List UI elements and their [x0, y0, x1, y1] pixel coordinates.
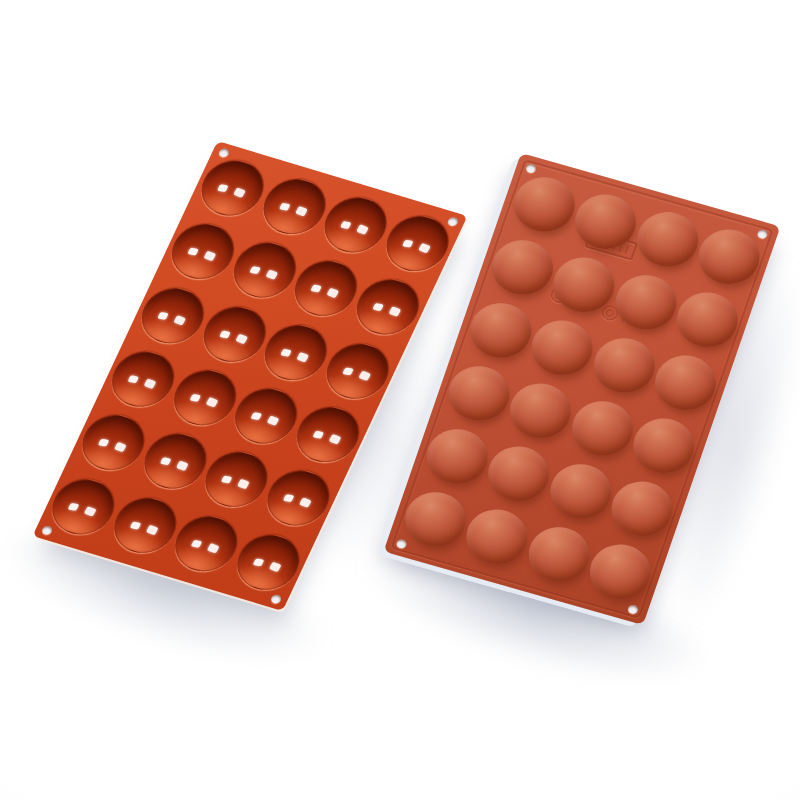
hemisphere-cavity [104, 490, 186, 559]
hemisphere-cavity [253, 172, 335, 241]
hemisphere-cavity [257, 464, 339, 533]
hemisphere-dome [506, 170, 582, 238]
hemisphere-cavity [73, 408, 155, 477]
hemisphere-dome [419, 422, 495, 490]
hemisphere-cavity [43, 472, 125, 541]
hemisphere-cavity [347, 272, 429, 341]
hemisphere-dome [543, 457, 619, 525]
hemisphere-dome [524, 314, 600, 382]
hemisphere-dome [568, 188, 644, 256]
hemisphere-dome [397, 485, 473, 553]
hemisphere-cavity [285, 254, 367, 323]
hemisphere-dome [546, 251, 622, 319]
hemisphere-dome [463, 296, 539, 364]
hemisphere-cavity [192, 153, 274, 222]
hemisphere-cavity [376, 209, 458, 278]
hemisphere-cavity [224, 236, 306, 305]
product-photo-scene [0, 0, 800, 800]
hemisphere-cavity [287, 400, 369, 469]
hemisphere-cavity [227, 527, 309, 596]
hemisphere-dome [503, 377, 579, 445]
hemisphere-cavity [317, 336, 399, 405]
hemisphere-dome [564, 394, 640, 462]
hemisphere-cavity [164, 363, 246, 432]
hemisphere-cavity [226, 381, 308, 450]
hemisphere-dome [441, 359, 517, 427]
hemisphere-dome [459, 503, 535, 571]
hemisphere-cavity [196, 445, 278, 514]
hemisphere-dome [484, 233, 560, 301]
hemisphere-cavity [255, 318, 337, 387]
hemisphere-cavity [132, 281, 214, 350]
hemisphere-dome [630, 205, 706, 273]
hemisphere-dome [608, 268, 684, 336]
hemisphere-cavity [315, 190, 397, 259]
hemisphere-dome [521, 520, 597, 588]
hemisphere-cavity [162, 217, 244, 286]
hemisphere-cavity [166, 509, 248, 578]
hemisphere-dome [481, 440, 557, 508]
hemisphere-cavity [103, 345, 185, 414]
hemisphere-cavity [134, 427, 216, 496]
hemisphere-dome [586, 331, 662, 399]
hemisphere-cavity [194, 299, 276, 368]
